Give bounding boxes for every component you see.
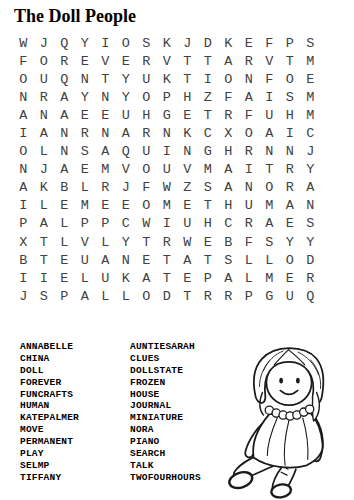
word-search-grid: WJQYIOSKJDKEFPSFOREVERVTTARVTMOUQNTYUKTI… xyxy=(13,34,321,305)
grid-cell: L xyxy=(54,233,75,251)
word-item: NORA xyxy=(130,424,201,436)
grid-cell: L xyxy=(75,179,96,197)
grid-cell: T xyxy=(136,233,157,251)
grid-cell: S xyxy=(280,88,301,106)
grid-cell: R xyxy=(300,269,321,287)
word-item: ANNABELLE xyxy=(20,341,79,353)
grid-cell: W xyxy=(13,34,34,52)
grid-cell: B xyxy=(54,179,75,197)
grid-cell: K xyxy=(116,269,137,287)
grid-cell: R xyxy=(95,179,116,197)
grid-cell: L xyxy=(75,269,96,287)
grid-cell: O xyxy=(239,124,260,142)
grid-cell: T xyxy=(198,52,219,70)
grid-cell: N xyxy=(300,197,321,215)
grid-cell: T xyxy=(34,251,55,269)
grid-cell: J xyxy=(177,34,198,52)
grid-cell: A xyxy=(13,179,34,197)
grid-cell: A xyxy=(218,161,239,179)
grid-cell: W xyxy=(157,179,178,197)
grid-cell: L xyxy=(34,197,55,215)
grid-cell: O xyxy=(116,34,137,52)
grid-cell: G xyxy=(259,287,280,305)
grid-cell: A xyxy=(34,215,55,233)
grid-cell: T xyxy=(198,106,219,124)
grid-cell: O xyxy=(136,161,157,179)
grid-cell: U xyxy=(75,251,96,269)
grid-cell: Q xyxy=(116,143,137,161)
word-item: JOURNAL xyxy=(130,400,201,412)
word-item: TIFFANY xyxy=(20,472,79,484)
grid-cell: E xyxy=(54,251,75,269)
grid-cell: I xyxy=(95,34,116,52)
grid-cell: V xyxy=(95,52,116,70)
grid-cell: L xyxy=(34,143,55,161)
grid-cell: N xyxy=(54,124,75,142)
grid-cell: D xyxy=(157,287,178,305)
grid-cell: K xyxy=(177,124,198,142)
grid-cell: Y xyxy=(116,70,137,88)
grid-cell: Q xyxy=(300,287,321,305)
grid-cell: R xyxy=(239,52,260,70)
grid-cell: R xyxy=(54,52,75,70)
grid-cell: O xyxy=(218,70,239,88)
grid-cell: I xyxy=(239,161,260,179)
page-title: The Doll People xyxy=(14,6,136,27)
grid-cell: A xyxy=(13,106,34,124)
grid-cell: V xyxy=(116,161,137,179)
word-item: AUNTIESARAH xyxy=(130,341,201,353)
grid-cell: Y xyxy=(300,161,321,179)
grid-cell: R xyxy=(157,233,178,251)
grid-cell: U xyxy=(177,215,198,233)
grid-cell: M xyxy=(95,161,116,179)
grid-cell: S xyxy=(198,179,219,197)
word-item: FUNCRAFTS xyxy=(20,389,79,401)
grid-cell: R xyxy=(218,106,239,124)
grid-cell: W xyxy=(136,215,157,233)
grid-cell: I xyxy=(157,215,178,233)
grid-cell: F xyxy=(218,88,239,106)
grid-cell: E xyxy=(75,106,96,124)
grid-cell: D xyxy=(300,251,321,269)
word-item: DOLL xyxy=(20,365,79,377)
grid-cell: L xyxy=(239,269,260,287)
word-item: HUMAN xyxy=(20,400,79,412)
grid-cell: J xyxy=(34,34,55,52)
grid-cell: G xyxy=(157,106,178,124)
grid-cell: M xyxy=(157,197,178,215)
grid-cell: S xyxy=(75,143,96,161)
word-item: HOUSE xyxy=(130,389,201,401)
word-item: PLAY xyxy=(20,448,79,460)
grid-cell: L xyxy=(259,251,280,269)
grid-cell: N xyxy=(239,179,260,197)
grid-cell: O xyxy=(34,52,55,70)
grid-cell: S xyxy=(300,215,321,233)
grid-cell: S xyxy=(136,34,157,52)
grid-cell: E xyxy=(95,106,116,124)
grid-cell: U xyxy=(136,70,157,88)
grid-cell: S xyxy=(34,287,55,305)
grid-cell: R xyxy=(239,215,260,233)
grid-cell: E xyxy=(300,70,321,88)
grid-cell: N xyxy=(75,70,96,88)
word-item: SELMP xyxy=(20,460,79,472)
grid-cell: N xyxy=(95,124,116,142)
grid-cell: B xyxy=(218,233,239,251)
grid-cell: N xyxy=(116,251,137,269)
grid-cell: U xyxy=(95,269,116,287)
grid-cell: A xyxy=(75,287,96,305)
grid-cell: U xyxy=(239,197,260,215)
word-item: MINIATURE xyxy=(130,412,201,424)
grid-cell: A xyxy=(239,88,260,106)
grid-cell: A xyxy=(177,251,198,269)
rag-doll-drawing xyxy=(226,341,354,499)
grid-cell: K xyxy=(157,70,178,88)
grid-cell: K xyxy=(218,34,239,52)
grid-cell: X xyxy=(218,124,239,142)
grid-cell: O xyxy=(259,179,280,197)
grid-cell: D xyxy=(198,34,219,52)
grid-cell: H xyxy=(198,215,219,233)
grid-cell: A xyxy=(54,88,75,106)
grid-cell: C xyxy=(116,215,137,233)
grid-cell: K xyxy=(157,34,178,52)
grid-cell: E xyxy=(54,269,75,287)
grid-cell: L xyxy=(116,287,137,305)
grid-cell: N xyxy=(259,143,280,161)
grid-cell: P xyxy=(95,215,116,233)
grid-cell: N xyxy=(13,88,34,106)
grid-cell: E xyxy=(75,52,96,70)
grid-cell: R xyxy=(280,179,301,197)
grid-cell: J xyxy=(116,179,137,197)
grid-cell: N xyxy=(34,106,55,124)
grid-cell: J xyxy=(300,143,321,161)
grid-cell: A xyxy=(259,124,280,142)
grid-cell: I xyxy=(280,124,301,142)
grid-cell: E xyxy=(75,161,96,179)
grid-cell: J xyxy=(13,287,34,305)
grid-cell: A xyxy=(259,215,280,233)
grid-cell: M xyxy=(300,106,321,124)
word-item: PIANO xyxy=(130,436,201,448)
grid-cell: A xyxy=(34,124,55,142)
grid-cell: N xyxy=(95,88,116,106)
grid-cell: F xyxy=(239,233,260,251)
grid-cell: I xyxy=(13,269,34,287)
grid-cell: R xyxy=(136,52,157,70)
grid-cell: P xyxy=(75,215,96,233)
grid-cell: I xyxy=(259,88,280,106)
grid-cell: T xyxy=(198,197,219,215)
grid-cell: F xyxy=(13,52,34,70)
grid-cell: T xyxy=(177,70,198,88)
grid-cell: Y xyxy=(75,34,96,52)
grid-cell: I xyxy=(157,143,178,161)
grid-cell: W xyxy=(177,233,198,251)
grid-cell: V xyxy=(157,52,178,70)
grid-cell: A xyxy=(95,251,116,269)
grid-cell: A xyxy=(218,52,239,70)
grid-cell: M xyxy=(198,161,219,179)
grid-cell: T xyxy=(157,269,178,287)
grid-cell: A xyxy=(95,143,116,161)
grid-cell: R xyxy=(239,143,260,161)
grid-cell: A xyxy=(54,161,75,179)
grid-cell: Q xyxy=(54,34,75,52)
word-item: TWOFOURHOURS xyxy=(130,472,201,484)
grid-cell: X xyxy=(13,233,34,251)
grid-cell: I xyxy=(198,70,219,88)
grid-cell: O xyxy=(136,287,157,305)
grid-cell: E xyxy=(280,215,301,233)
grid-cell: R xyxy=(198,287,219,305)
grid-cell: F xyxy=(259,70,280,88)
grid-cell: L xyxy=(54,215,75,233)
grid-cell: E xyxy=(95,197,116,215)
grid-cell: V xyxy=(259,52,280,70)
grid-cell: T xyxy=(177,52,198,70)
grid-cell: U xyxy=(116,106,137,124)
grid-cell: U xyxy=(136,143,157,161)
grid-cell: I xyxy=(13,124,34,142)
word-list-column-2: AUNTIESARAHCLUESDOLLSTATEFROZENHOUSEJOUR… xyxy=(130,341,201,484)
grid-cell: N xyxy=(177,143,198,161)
word-item: MOVE xyxy=(20,424,79,436)
grid-cell: J xyxy=(34,161,55,179)
grid-cell: V xyxy=(75,233,96,251)
grid-cell: O xyxy=(280,70,301,88)
grid-cell: T xyxy=(280,52,301,70)
grid-cell: R xyxy=(34,88,55,106)
grid-cell: A xyxy=(54,106,75,124)
grid-cell: A xyxy=(300,179,321,197)
word-item: DOLLSTATE xyxy=(130,365,201,377)
grid-cell: T xyxy=(177,287,198,305)
grid-cell: P xyxy=(13,215,34,233)
grid-cell: U xyxy=(259,106,280,124)
grid-cell: A xyxy=(218,179,239,197)
grid-cell: O xyxy=(13,70,34,88)
grid-cell: Z xyxy=(198,88,219,106)
word-item: FROZEN xyxy=(130,377,201,389)
word-item: FOREVER xyxy=(20,377,79,389)
grid-cell: P xyxy=(280,34,301,52)
grid-cell: R xyxy=(280,161,301,179)
grid-cell: E xyxy=(177,197,198,215)
grid-cell: A xyxy=(218,269,239,287)
grid-cell: P xyxy=(198,269,219,287)
grid-cell: F xyxy=(136,179,157,197)
grid-cell: R xyxy=(218,287,239,305)
word-item: CHINA xyxy=(20,353,79,365)
rag-doll-illustration xyxy=(226,341,354,499)
grid-cell: T xyxy=(259,161,280,179)
grid-cell: L xyxy=(95,287,116,305)
word-list-column-1: ANNABELLECHINADOLLFOREVERFUNCRAFTSHUMANK… xyxy=(20,341,79,484)
grid-cell: Z xyxy=(177,179,198,197)
grid-cell: N xyxy=(239,70,260,88)
grid-cell: P xyxy=(54,287,75,305)
grid-cell: T xyxy=(157,251,178,269)
grid-cell: E xyxy=(116,197,137,215)
grid-cell: L xyxy=(239,251,260,269)
grid-cell: F xyxy=(259,34,280,52)
grid-cell: R xyxy=(75,124,96,142)
grid-cell: H xyxy=(218,143,239,161)
grid-cell: M xyxy=(259,269,280,287)
grid-cell: O xyxy=(280,251,301,269)
grid-cell: E xyxy=(198,233,219,251)
grid-cell: H xyxy=(280,106,301,124)
grid-cell: H xyxy=(177,88,198,106)
grid-cell: Y xyxy=(300,233,321,251)
word-search-page: The Doll People WJQYIOSKJDKEFPSFOREVERVT… xyxy=(0,0,354,500)
grid-cell: H xyxy=(218,197,239,215)
grid-cell: Q xyxy=(54,70,75,88)
grid-cell: N xyxy=(13,161,34,179)
grid-cell: G xyxy=(198,143,219,161)
grid-cell: B xyxy=(13,251,34,269)
grid-cell: E xyxy=(136,251,157,269)
grid-cell: I xyxy=(34,269,55,287)
grid-cell: Y xyxy=(280,233,301,251)
word-item: TALK xyxy=(130,460,201,472)
grid-cell: V xyxy=(177,161,198,179)
grid-cell: P xyxy=(157,88,178,106)
grid-cell: U xyxy=(34,70,55,88)
grid-cell: E xyxy=(177,269,198,287)
grid-cell: P xyxy=(239,287,260,305)
grid-cell: E xyxy=(177,106,198,124)
grid-cell: E xyxy=(280,269,301,287)
grid-cell: T xyxy=(34,233,55,251)
grid-cell: N xyxy=(280,143,301,161)
grid-cell: R xyxy=(136,124,157,142)
grid-cell: S xyxy=(218,251,239,269)
grid-cell: C xyxy=(198,124,219,142)
grid-cell: M xyxy=(300,52,321,70)
grid-cell: M xyxy=(75,197,96,215)
grid-cell: Y xyxy=(116,88,137,106)
grid-cell: L xyxy=(95,233,116,251)
grid-cell: M xyxy=(300,88,321,106)
grid-cell: A xyxy=(136,269,157,287)
grid-cell: U xyxy=(157,161,178,179)
grid-cell: Y xyxy=(75,88,96,106)
grid-cell: U xyxy=(280,287,301,305)
grid-cell: O xyxy=(13,143,34,161)
grid-cell: T xyxy=(95,70,116,88)
grid-cell: A xyxy=(280,197,301,215)
word-item: KATEPALMER xyxy=(20,412,79,424)
grid-cell: K xyxy=(34,179,55,197)
grid-cell: E xyxy=(116,52,137,70)
grid-cell: I xyxy=(13,197,34,215)
grid-cell: T xyxy=(198,251,219,269)
grid-cell: H xyxy=(136,106,157,124)
word-item: SEARCH xyxy=(130,448,201,460)
word-item: PERMANENT xyxy=(20,436,79,448)
grid-cell: M xyxy=(259,197,280,215)
grid-cell: E xyxy=(54,197,75,215)
grid-cell: N xyxy=(54,143,75,161)
grid-cell: O xyxy=(136,197,157,215)
grid-cell: C xyxy=(218,215,239,233)
grid-cell: A xyxy=(116,124,137,142)
grid-cell: C xyxy=(300,124,321,142)
grid-cell: S xyxy=(300,34,321,52)
word-item: CLUES xyxy=(130,353,201,365)
grid-cell: Y xyxy=(116,233,137,251)
grid-cell: O xyxy=(136,88,157,106)
grid-cell: N xyxy=(157,124,178,142)
grid-cell: E xyxy=(239,34,260,52)
grid-cell: S xyxy=(259,233,280,251)
grid-cell: F xyxy=(239,106,260,124)
